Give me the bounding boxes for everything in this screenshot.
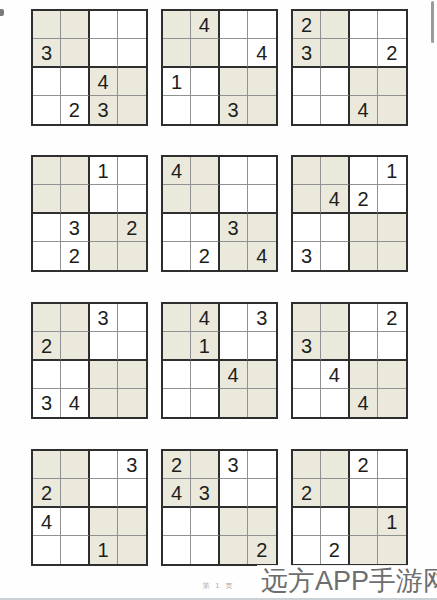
empty-cell [118,508,146,536]
given-digit-cell: 2 [61,96,89,124]
given-digit-cell: 2 [350,185,378,213]
empty-cell [378,68,406,96]
empty-cell [61,361,89,389]
empty-cell [350,304,378,332]
given-digit-cell: 2 [378,304,406,332]
empty-cell [163,185,191,213]
empty-cell [350,332,378,360]
given-digit-cell: 3 [248,304,276,332]
given-digit-cell: 4 [321,361,349,389]
empty-cell [191,508,219,536]
empty-cell [118,361,146,389]
empty-cell [118,96,146,124]
empty-cell [248,508,276,536]
empty-cell [33,451,61,479]
given-digit-cell: 3 [33,39,61,67]
empty-cell [293,304,321,332]
empty-cell [293,68,321,96]
given-digit-cell: 2 [321,536,349,564]
empty-cell [118,157,146,185]
given-digit-cell: 2 [191,242,219,270]
empty-cell [321,451,349,479]
empty-cell [220,479,248,507]
empty-cell [163,39,191,67]
empty-cell [293,389,321,417]
empty-cell [220,157,248,185]
empty-cell [118,185,146,213]
empty-cell [350,39,378,67]
empty-cell [248,479,276,507]
given-digit-cell: 3 [220,451,248,479]
empty-cell [191,68,219,96]
sudoku-grid-6: 1423 [291,155,408,272]
empty-cell [90,508,118,536]
empty-cell [248,214,276,242]
empty-cell [33,536,61,564]
given-digit-cell: 2 [293,11,321,39]
empty-cell [350,361,378,389]
empty-cell [163,508,191,536]
given-digit-cell: 4 [33,508,61,536]
given-digit-cell: 2 [118,214,146,242]
given-digit-cell: 4 [191,304,219,332]
empty-cell [118,242,146,270]
empty-cell [118,536,146,564]
empty-cell [118,11,146,39]
empty-cell [191,536,219,564]
sudoku-grid-1: 3423 [31,9,148,126]
empty-cell [118,389,146,417]
scrollbar-thumb[interactable] [431,1,434,43]
given-digit-cell: 3 [293,39,321,67]
empty-cell [293,508,321,536]
empty-cell [61,332,89,360]
empty-cell [378,11,406,39]
empty-cell [61,68,89,96]
given-digit-cell: 4 [163,479,191,507]
empty-cell [90,185,118,213]
sudoku-grid-11: 23432 [161,449,278,566]
empty-cell [90,332,118,360]
empty-cell [61,304,89,332]
empty-cell [321,332,349,360]
empty-cell [350,508,378,536]
empty-cell [248,389,276,417]
sudoku-grid-3: 2324 [291,9,408,126]
empty-cell [191,96,219,124]
empty-cell [378,242,406,270]
empty-cell [350,11,378,39]
sudoku-grid-2: 4413 [161,9,278,126]
empty-cell [248,157,276,185]
empty-cell [321,242,349,270]
empty-cell [321,11,349,39]
empty-cell [191,361,219,389]
given-digit-cell: 4 [248,39,276,67]
empty-cell [321,68,349,96]
empty-cell [191,157,219,185]
empty-cell [61,157,89,185]
empty-cell [378,332,406,360]
empty-cell [163,11,191,39]
empty-cell [33,242,61,270]
given-digit-cell: 4 [90,68,118,96]
empty-cell [118,332,146,360]
empty-cell [33,11,61,39]
worksheet-page: 3423441323241322432414233234431423443241… [0,0,437,600]
given-digit-cell: 4 [248,242,276,270]
empty-cell [163,214,191,242]
given-digit-cell: 4 [61,389,89,417]
given-digit-cell: 4 [191,11,219,39]
empty-cell [90,11,118,39]
empty-cell [61,185,89,213]
empty-cell [378,361,406,389]
empty-cell [220,304,248,332]
given-digit-cell: 4 [163,157,191,185]
empty-cell [191,389,219,417]
empty-cell [163,389,191,417]
given-digit-cell: 2 [248,536,276,564]
given-digit-cell: 1 [378,157,406,185]
empty-cell [248,451,276,479]
empty-cell [220,508,248,536]
empty-cell [220,389,248,417]
empty-cell [350,68,378,96]
given-digit-cell: 2 [61,242,89,270]
empty-cell [321,508,349,536]
empty-cell [321,304,349,332]
empty-cell [248,96,276,124]
empty-cell [163,536,191,564]
sudoku-grid-8: 4314 [161,302,278,419]
empty-cell [293,536,321,564]
empty-cell [378,185,406,213]
empty-cell [220,39,248,67]
empty-cell [118,39,146,67]
given-digit-cell: 3 [191,479,219,507]
empty-cell [350,479,378,507]
given-digit-cell: 3 [90,96,118,124]
empty-cell [248,68,276,96]
empty-cell [293,361,321,389]
given-digit-cell: 3 [33,389,61,417]
given-digit-cell: 3 [61,214,89,242]
empty-cell [191,39,219,67]
sudoku-grid-10: 3241 [31,449,148,566]
empty-cell [90,242,118,270]
empty-cell [293,214,321,242]
given-digit-cell: 3 [118,451,146,479]
empty-cell [90,451,118,479]
sudoku-grid-5: 4324 [161,155,278,272]
given-digit-cell: 3 [293,332,321,360]
empty-cell [163,304,191,332]
empty-cell [248,185,276,213]
empty-cell [350,242,378,270]
empty-cell [321,39,349,67]
empty-cell [61,39,89,67]
given-digit-cell: 2 [33,479,61,507]
empty-cell [33,96,61,124]
given-digit-cell: 1 [90,157,118,185]
empty-cell [61,508,89,536]
empty-cell [33,304,61,332]
given-digit-cell: 4 [350,96,378,124]
empty-cell [220,332,248,360]
empty-cell [248,11,276,39]
empty-cell [191,451,219,479]
given-digit-cell: 4 [350,389,378,417]
given-digit-cell: 3 [220,96,248,124]
empty-cell [321,479,349,507]
empty-cell [118,479,146,507]
empty-cell [33,185,61,213]
empty-cell [378,389,406,417]
sudoku-grid-4: 1322 [31,155,148,272]
given-digit-cell: 3 [293,242,321,270]
empty-cell [321,389,349,417]
empty-cell [118,304,146,332]
empty-cell [33,157,61,185]
empty-cell [33,68,61,96]
given-digit-cell: 1 [378,508,406,536]
empty-cell [293,451,321,479]
empty-cell [163,332,191,360]
empty-cell [350,214,378,242]
given-digit-cell: 4 [321,185,349,213]
given-digit-cell: 2 [33,332,61,360]
empty-cell [90,39,118,67]
given-digit-cell: 2 [350,451,378,479]
empty-cell [163,96,191,124]
empty-cell [293,185,321,213]
empty-cell [61,451,89,479]
empty-cell [378,96,406,124]
empty-cell [378,214,406,242]
sudoku-grid-9: 2344 [291,302,408,419]
given-digit-cell: 1 [163,68,191,96]
empty-cell [61,536,89,564]
empty-cell [378,479,406,507]
empty-cell [350,157,378,185]
empty-cell [293,157,321,185]
empty-cell [33,214,61,242]
given-digit-cell: 3 [90,304,118,332]
empty-cell [378,451,406,479]
given-digit-cell: 2 [163,451,191,479]
empty-cell [248,332,276,360]
page-edge-artifact [0,9,4,16]
empty-cell [118,68,146,96]
empty-cell [191,214,219,242]
puzzle-grid-area: 3423441323241322432414233234431423443241… [0,0,437,600]
sudoku-grid-7: 3234 [31,302,148,419]
empty-cell [321,214,349,242]
empty-cell [90,361,118,389]
empty-cell [321,157,349,185]
empty-cell [220,68,248,96]
given-digit-cell: 1 [191,332,219,360]
empty-cell [220,242,248,270]
empty-cell [163,242,191,270]
empty-cell [220,185,248,213]
empty-cell [61,479,89,507]
watermark-text: 远方APP手游网 [257,565,437,597]
empty-cell [90,389,118,417]
empty-cell [293,96,321,124]
empty-cell [33,361,61,389]
given-digit-cell: 4 [220,361,248,389]
empty-cell [350,536,378,564]
empty-cell [61,11,89,39]
empty-cell [321,96,349,124]
given-digit-cell: 3 [220,214,248,242]
empty-cell [163,361,191,389]
empty-cell [220,536,248,564]
empty-cell [248,361,276,389]
empty-cell [90,479,118,507]
empty-cell [90,214,118,242]
given-digit-cell: 2 [378,39,406,67]
sudoku-grid-12: 2212 [291,449,408,566]
given-digit-cell: 1 [90,536,118,564]
empty-cell [220,11,248,39]
given-digit-cell: 2 [293,479,321,507]
empty-cell [191,185,219,213]
empty-cell [378,536,406,564]
